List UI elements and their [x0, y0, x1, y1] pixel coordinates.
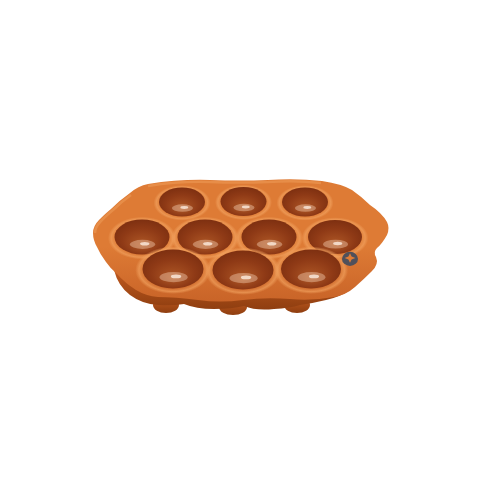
well [205, 247, 281, 295]
well [276, 185, 333, 220]
well [274, 246, 348, 294]
four-point-star-logo-icon [342, 252, 358, 266]
well [135, 246, 211, 294]
product-photo [0, 0, 480, 480]
tray-illustration [0, 0, 480, 480]
well [153, 185, 210, 220]
well [215, 185, 272, 220]
